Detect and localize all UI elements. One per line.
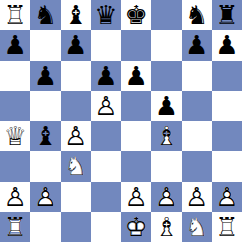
white-pawn-outline: ♙ <box>151 182 181 212</box>
square-a5[interactable] <box>0 91 30 121</box>
black-knight-glyph: ♞ <box>30 0 60 30</box>
square-c7[interactable]: ♟ <box>61 30 91 60</box>
square-d6[interactable]: ♟ <box>91 61 121 91</box>
white-pawn-outline: ♙ <box>182 182 212 212</box>
square-d7[interactable] <box>91 30 121 60</box>
square-f5[interactable]: ♟ <box>151 91 181 121</box>
square-h4[interactable] <box>212 121 242 151</box>
white-rook-outline: ♖ <box>212 212 242 242</box>
black-pawn-glyph: ♟ <box>212 30 242 60</box>
white-bishop-outline: ♗ <box>151 121 181 151</box>
square-b6[interactable]: ♟ <box>30 61 60 91</box>
black-pawn-glyph: ♟ <box>121 61 151 91</box>
white-rook-outline: ♖ <box>0 212 30 242</box>
square-c6[interactable] <box>61 61 91 91</box>
square-e6[interactable]: ♟ <box>121 61 151 91</box>
white-pawn[interactable]: ♟♙ <box>30 182 60 212</box>
square-g7[interactable]: ♟ <box>182 30 212 60</box>
square-d5[interactable]: ♟♙ <box>91 91 121 121</box>
square-g8[interactable]: ♞ <box>182 0 212 30</box>
square-a3[interactable] <box>0 151 30 181</box>
black-knight[interactable]: ♞ <box>182 0 212 30</box>
square-c3[interactable]: ♞♘ <box>61 151 91 181</box>
square-b1[interactable] <box>30 212 60 242</box>
black-rook-glyph: ♜ <box>212 0 242 30</box>
white-knight-outline: ♘ <box>182 212 212 242</box>
white-pawn-outline: ♙ <box>0 182 30 212</box>
square-a4[interactable]: ♛♕ <box>0 121 30 151</box>
square-e8[interactable]: ♚ <box>121 0 151 30</box>
square-h1[interactable]: ♜♖ <box>212 212 242 242</box>
white-rook-outline: ♖ <box>0 0 30 30</box>
white-pawn[interactable]: ♟♙ <box>121 182 151 212</box>
square-g2[interactable]: ♟♙ <box>182 182 212 212</box>
white-pawn-outline: ♙ <box>91 91 121 121</box>
square-e3[interactable] <box>121 151 151 181</box>
square-h3[interactable] <box>212 151 242 181</box>
white-pawn-outline: ♙ <box>121 182 151 212</box>
black-pawn[interactable]: ♟ <box>121 61 151 91</box>
square-e7[interactable] <box>121 30 151 60</box>
black-rook[interactable]: ♜ <box>212 0 242 30</box>
black-king[interactable]: ♚ <box>121 0 151 30</box>
white-pawn-outline: ♙ <box>212 182 242 212</box>
square-b8[interactable]: ♞ <box>30 0 60 30</box>
square-d4[interactable] <box>91 121 121 151</box>
white-rook[interactable]: ♜♖ <box>0 212 30 242</box>
white-pawn[interactable]: ♟♙ <box>182 182 212 212</box>
white-knight-outline: ♘ <box>61 151 91 181</box>
square-b3[interactable] <box>30 151 60 181</box>
square-h5[interactable] <box>212 91 242 121</box>
square-d2[interactable] <box>91 182 121 212</box>
white-pawn[interactable]: ♟♙ <box>61 121 91 151</box>
black-pawn-glyph: ♟ <box>182 30 212 60</box>
square-d8[interactable]: ♛ <box>91 0 121 30</box>
square-b5[interactable] <box>30 91 60 121</box>
black-bishop[interactable]: ♝ <box>30 121 60 151</box>
black-king-glyph: ♚ <box>121 0 151 30</box>
black-pawn[interactable]: ♟ <box>61 30 91 60</box>
square-f3[interactable] <box>151 151 181 181</box>
square-a6[interactable] <box>0 61 30 91</box>
black-pawn[interactable]: ♟ <box>91 61 121 91</box>
white-bishop-outline: ♗ <box>151 212 181 242</box>
square-h6[interactable] <box>212 61 242 91</box>
black-pawn[interactable]: ♟ <box>0 30 30 60</box>
white-pawn[interactable]: ♟♙ <box>91 91 121 121</box>
black-pawn-glyph: ♟ <box>0 30 30 60</box>
square-g4[interactable] <box>182 121 212 151</box>
white-king[interactable]: ♚♔ <box>121 212 151 242</box>
square-d3[interactable] <box>91 151 121 181</box>
white-rook[interactable]: ♜♖ <box>212 212 242 242</box>
square-a8[interactable]: ♜♖ <box>0 0 30 30</box>
square-e5[interactable] <box>121 91 151 121</box>
square-b2[interactable]: ♟♙ <box>30 182 60 212</box>
black-knight[interactable]: ♞ <box>30 0 60 30</box>
square-c1[interactable] <box>61 212 91 242</box>
white-pawn[interactable]: ♟♙ <box>212 182 242 212</box>
square-a7[interactable]: ♟ <box>0 30 30 60</box>
white-rook[interactable]: ♜♖ <box>0 0 30 30</box>
chess-board: ♜♖♞♝♛♚♞♜♟♟♟♟♟♟♟♟♙♟♛♕♝♟♙♝♗♞♘♟♙♟♙♟♙♟♙♟♙♟♙♜… <box>0 0 242 242</box>
square-f4[interactable]: ♝♗ <box>151 121 181 151</box>
square-f6[interactable] <box>151 61 181 91</box>
black-queen-glyph: ♛ <box>91 0 121 30</box>
white-knight[interactable]: ♞♘ <box>182 212 212 242</box>
white-pawn[interactable]: ♟♙ <box>151 182 181 212</box>
square-a2[interactable]: ♟♙ <box>0 182 30 212</box>
square-f1[interactable]: ♝♗ <box>151 212 181 242</box>
square-c8[interactable]: ♝ <box>61 0 91 30</box>
black-bishop[interactable]: ♝ <box>61 0 91 30</box>
white-pawn-outline: ♙ <box>61 121 91 151</box>
black-pawn[interactable]: ♟ <box>30 61 60 91</box>
square-h2[interactable]: ♟♙ <box>212 182 242 212</box>
square-a1[interactable]: ♜♖ <box>0 212 30 242</box>
square-g1[interactable]: ♞♘ <box>182 212 212 242</box>
square-e2[interactable]: ♟♙ <box>121 182 151 212</box>
square-f2[interactable]: ♟♙ <box>151 182 181 212</box>
square-f7[interactable] <box>151 30 181 60</box>
black-knight-glyph: ♞ <box>182 0 212 30</box>
black-queen[interactable]: ♛ <box>91 0 121 30</box>
black-pawn[interactable]: ♟ <box>212 30 242 60</box>
black-pawn-glyph: ♟ <box>30 61 60 91</box>
black-pawn-glyph: ♟ <box>151 91 181 121</box>
black-bishop-glyph: ♝ <box>61 0 91 30</box>
square-d1[interactable] <box>91 212 121 242</box>
black-pawn-glyph: ♟ <box>91 61 121 91</box>
white-queen-outline: ♕ <box>0 121 30 151</box>
white-knight[interactable]: ♞♘ <box>61 151 91 181</box>
square-e4[interactable] <box>121 121 151 151</box>
square-g5[interactable] <box>182 91 212 121</box>
black-pawn[interactable]: ♟ <box>151 91 181 121</box>
square-b7[interactable] <box>30 30 60 60</box>
white-bishop[interactable]: ♝♗ <box>151 121 181 151</box>
white-pawn-outline: ♙ <box>30 182 60 212</box>
square-c2[interactable] <box>61 182 91 212</box>
white-king-outline: ♔ <box>121 212 151 242</box>
square-b4[interactable]: ♝ <box>30 121 60 151</box>
square-c4[interactable]: ♟♙ <box>61 121 91 151</box>
square-e1[interactable]: ♚♔ <box>121 212 151 242</box>
square-g3[interactable] <box>182 151 212 181</box>
black-pawn-glyph: ♟ <box>61 30 91 60</box>
white-queen[interactable]: ♛♕ <box>0 121 30 151</box>
square-h7[interactable]: ♟ <box>212 30 242 60</box>
square-f8[interactable] <box>151 0 181 30</box>
black-bishop-glyph: ♝ <box>30 121 60 151</box>
black-pawn[interactable]: ♟ <box>182 30 212 60</box>
square-h8[interactable]: ♜ <box>212 0 242 30</box>
square-c5[interactable] <box>61 91 91 121</box>
square-g6[interactable] <box>182 61 212 91</box>
white-pawn[interactable]: ♟♙ <box>0 182 30 212</box>
white-bishop[interactable]: ♝♗ <box>151 212 181 242</box>
